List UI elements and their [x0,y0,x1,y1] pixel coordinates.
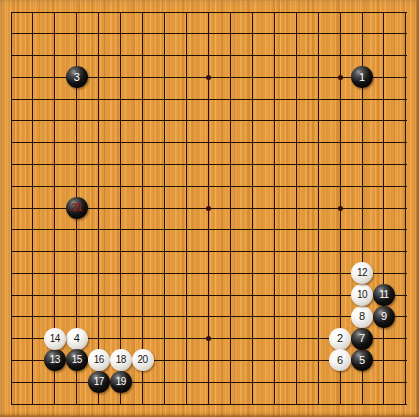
stone-white-E3: 16 [88,349,110,371]
move-number: 10 [357,290,367,300]
move-number: 9 [381,311,387,322]
grid-line-vertical [98,12,99,405]
move-number: 14 [50,334,60,344]
grid-line-vertical [230,12,231,405]
move-number: 8 [359,311,365,322]
move-number: 12 [357,268,367,278]
star-point [206,75,211,80]
move-number: 18 [116,355,126,365]
grid-line-vertical [296,12,297,405]
stone-white-F3: 18 [110,349,132,371]
grid-line-vertical [164,12,165,405]
grid-line-horizontal [11,316,407,317]
move-number: 6 [337,355,343,366]
star-point [206,206,211,211]
move-number: 3 [74,72,80,83]
grid-line-vertical [120,12,121,405]
grid-line-vertical [32,12,33,405]
move-number: 1 [359,72,365,83]
move-number: 7 [359,333,365,344]
grid-line-horizontal [11,33,407,34]
stone-white-R7: 12 [351,262,373,284]
grid-line-vertical [383,12,384,405]
move-number: 11 [379,290,388,300]
grid-line-horizontal [11,142,407,143]
move-number: 21 [72,203,82,213]
stone-black-R3: 5 [351,349,373,371]
grid-line-horizontal [11,295,407,296]
grid-line-vertical [186,12,187,405]
grid-line-horizontal [11,164,407,165]
grid-line-horizontal [11,186,407,187]
grid-line-horizontal [11,404,407,405]
stone-white-C4: 14 [44,328,66,350]
move-number: 4 [74,333,80,344]
stone-white-R5: 8 [351,306,373,328]
stone-white-G3: 20 [132,349,154,371]
stone-white-Q3: 6 [329,349,351,371]
grid-line-horizontal [11,99,407,100]
move-number: 15 [72,355,82,365]
stone-black-D10: 21 [66,197,88,219]
grid-line-vertical [11,12,12,405]
move-number: 16 [94,355,104,365]
stone-white-D4: 4 [66,328,88,350]
grid-line-vertical [405,12,406,405]
move-number: 13 [50,355,60,365]
stone-black-F2: 19 [110,371,132,393]
stone-black-D16: 3 [66,66,88,88]
star-point [338,75,343,80]
grid-line-vertical [142,12,143,405]
grid-line-horizontal [11,12,407,13]
grid-line-vertical [274,12,275,405]
grid-line-vertical [318,12,319,405]
stone-black-S6: 11 [373,284,395,306]
stone-white-Q4: 2 [329,328,351,350]
star-point [338,206,343,211]
grid-line-horizontal [11,382,407,383]
stone-black-C3: 13 [44,349,66,371]
grid-line-horizontal [11,120,407,121]
grid-line-horizontal [11,273,407,274]
move-number: 17 [94,377,104,387]
stone-white-R6: 10 [351,284,373,306]
stone-black-S5: 9 [373,306,395,328]
move-number: 20 [138,355,148,365]
move-number: 19 [116,377,126,387]
grid-line-horizontal [11,55,407,56]
stone-black-R16: 1 [351,66,373,88]
grid-line-vertical [252,12,253,405]
star-point [206,336,211,341]
stone-black-R4: 7 [351,328,373,350]
go-board-diagram: 123456789101112131415161718192021 [0,0,419,417]
grid-line-horizontal [11,229,407,230]
grid-line-horizontal [11,251,407,252]
stone-black-E2: 17 [88,371,110,393]
move-number: 5 [359,355,365,366]
stone-black-D3: 15 [66,349,88,371]
move-number: 2 [337,333,343,344]
go-board[interactable]: 123456789101112131415161718192021 [0,0,419,417]
